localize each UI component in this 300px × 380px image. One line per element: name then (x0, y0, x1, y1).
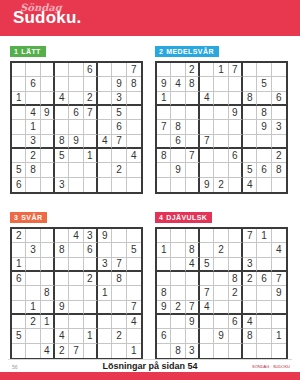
cell-r2c3[interactable]: 8 (186, 77, 200, 91)
cell-r4c4[interactable] (200, 106, 214, 120)
cell-r7c3[interactable]: 7 (186, 149, 200, 163)
cell-r6c3[interactable] (41, 135, 55, 149)
cell-r4c1[interactable] (157, 106, 171, 120)
cell-r1c3[interactable] (186, 229, 200, 243)
cell-r4c2[interactable] (26, 272, 40, 286)
cell-r5c3[interactable]: 8 (41, 286, 55, 300)
cell-r2c4[interactable] (200, 243, 214, 257)
cell-r8c6[interactable] (84, 163, 98, 177)
cell-r3c5[interactable] (214, 258, 228, 272)
cell-r2c6[interactable]: 6 (84, 243, 98, 257)
cell-r6c9[interactable]: 7 (127, 301, 141, 315)
cell-r6c7[interactable] (243, 135, 257, 149)
cell-r4c3[interactable] (186, 272, 200, 286)
cell-r6c8[interactable] (257, 301, 271, 315)
cell-r9c3[interactable]: 4 (41, 344, 55, 358)
cell-r8c6[interactable] (229, 329, 243, 343)
cell-r1c6[interactable] (229, 229, 243, 243)
cell-r5c6[interactable]: 2 (229, 286, 243, 300)
cell-r1c7[interactable]: 9 (98, 229, 112, 243)
cell-r4c3[interactable] (41, 272, 55, 286)
cell-r6c5[interactable] (214, 135, 228, 149)
cell-r7c7[interactable]: 4 (243, 315, 257, 329)
cell-r6c6[interactable] (84, 301, 98, 315)
cell-r2c4[interactable] (55, 77, 69, 91)
cell-r5c2[interactable] (171, 286, 185, 300)
cell-r2c6[interactable] (229, 243, 243, 257)
cell-r6c1[interactable] (12, 301, 26, 315)
cell-r7c9[interactable]: 4 (127, 315, 141, 329)
cell-r2c5[interactable]: 2 (214, 243, 228, 257)
cell-r5c4[interactable] (55, 286, 69, 300)
cell-r8c2[interactable] (26, 329, 40, 343)
cell-r4c7[interactable]: 2 (243, 272, 257, 286)
cell-r5c7[interactable]: 1 (98, 286, 112, 300)
cell-r7c4[interactable]: 5 (55, 149, 69, 163)
cell-r2c2[interactable]: 3 (26, 243, 40, 257)
cell-r2c1[interactable] (12, 77, 26, 91)
cell-r6c8[interactable] (257, 135, 271, 149)
cell-r6c3[interactable] (41, 301, 55, 315)
cell-r9c6[interactable] (84, 178, 98, 192)
cell-r9c5[interactable]: 7 (69, 344, 83, 358)
cell-r1c1[interactable] (157, 229, 171, 243)
cell-r1c2[interactable] (171, 63, 185, 77)
cell-r3c9[interactable] (272, 258, 286, 272)
cell-r3c5[interactable] (214, 92, 228, 106)
cell-r5c3[interactable] (41, 120, 55, 134)
cell-r8c9[interactable]: 1 (272, 329, 286, 343)
cell-r9c5[interactable]: 2 (214, 178, 228, 192)
cell-r8c1[interactable]: 5 (12, 163, 26, 177)
cell-r2c3[interactable] (41, 243, 55, 257)
cell-r1c3[interactable] (41, 229, 55, 243)
cell-r2c9[interactable]: 5 (127, 243, 141, 257)
cell-r9c4[interactable] (200, 344, 214, 358)
cell-r3c2[interactable] (26, 258, 40, 272)
cell-r7c4[interactable] (200, 315, 214, 329)
cell-r8c4[interactable] (200, 163, 214, 177)
cell-r4c5[interactable]: 6 (69, 106, 83, 120)
cell-r6c2[interactable]: 6 (171, 135, 185, 149)
cell-r9c2[interactable] (171, 178, 185, 192)
cell-r9c5[interactable] (69, 178, 83, 192)
cell-r3c4[interactable] (55, 258, 69, 272)
cell-r5c8[interactable]: 9 (257, 120, 271, 134)
cell-r3c8[interactable] (257, 92, 271, 106)
cell-r5c7[interactable] (243, 286, 257, 300)
cell-r8c3[interactable] (41, 329, 55, 343)
cell-r5c5[interactable] (214, 120, 228, 134)
cell-r2c7[interactable] (243, 77, 257, 91)
cell-r8c8[interactable]: 2 (112, 163, 126, 177)
cell-r7c9[interactable] (272, 315, 286, 329)
cell-r1c4[interactable] (55, 229, 69, 243)
cell-r3c6[interactable]: 2 (84, 92, 98, 106)
cell-r3c1[interactable] (157, 258, 171, 272)
cell-r6c1[interactable] (157, 135, 171, 149)
cell-r9c7[interactable]: 4 (243, 178, 257, 192)
cell-r1c7[interactable] (243, 63, 257, 77)
cell-r6c8[interactable] (112, 301, 126, 315)
cell-r2c1[interactable]: 9 (157, 77, 171, 91)
cell-r3c6[interactable] (229, 92, 243, 106)
cell-r4c1[interactable] (12, 106, 26, 120)
cell-r2c7[interactable] (98, 77, 112, 91)
cell-r2c5[interactable] (214, 77, 228, 91)
cell-r1c5[interactable]: 1 (214, 63, 228, 77)
cell-r9c3[interactable] (186, 178, 200, 192)
cell-r4c8[interactable]: 8 (112, 272, 126, 286)
cell-r2c6[interactable] (84, 77, 98, 91)
cell-r3c4[interactable]: 4 (55, 92, 69, 106)
cell-r8c6[interactable]: 1 (84, 329, 98, 343)
cell-r6c6[interactable] (229, 135, 243, 149)
cell-r3c3[interactable] (186, 92, 200, 106)
cell-r3c7[interactable]: 3 (243, 258, 257, 272)
cell-r4c9[interactable] (272, 106, 286, 120)
cell-r4c5[interactable] (214, 106, 228, 120)
cell-r7c5[interactable] (69, 315, 83, 329)
cell-r6c5[interactable]: 9 (69, 135, 83, 149)
cell-r9c8[interactable] (257, 178, 271, 192)
cell-r3c3[interactable] (41, 258, 55, 272)
cell-r6c7[interactable] (243, 301, 257, 315)
cell-r1c8[interactable] (112, 229, 126, 243)
cell-r2c2[interactable] (171, 243, 185, 257)
cell-r4c1[interactable] (157, 272, 171, 286)
cell-r1c4[interactable] (55, 63, 69, 77)
cell-r2c6[interactable] (229, 77, 243, 91)
cell-r4c4[interactable] (55, 272, 69, 286)
cell-r9c8[interactable] (112, 344, 126, 358)
cell-r8c3[interactable] (41, 163, 55, 177)
cell-r2c3[interactable]: 8 (186, 243, 200, 257)
cell-r8c8[interactable]: 6 (257, 163, 271, 177)
cell-r7c8[interactable] (112, 149, 126, 163)
cell-r2c9[interactable] (272, 77, 286, 91)
cell-r5c4[interactable] (200, 120, 214, 134)
cell-r8c7[interactable] (98, 163, 112, 177)
cell-r4c8[interactable]: 8 (257, 106, 271, 120)
cell-r3c6[interactable] (84, 258, 98, 272)
cell-r8c6[interactable] (229, 163, 243, 177)
cell-r1c1[interactable] (12, 63, 26, 77)
cell-r7c8[interactable] (112, 315, 126, 329)
cell-r1c9[interactable] (272, 229, 286, 243)
cell-r7c6[interactable] (84, 315, 98, 329)
cell-r9c4[interactable]: 2 (55, 344, 69, 358)
cell-r1c4[interactable] (200, 63, 214, 77)
cell-r5c7[interactable] (98, 120, 112, 134)
cell-r8c3[interactable] (186, 329, 200, 343)
cell-r9c1[interactable]: 6 (12, 178, 26, 192)
cell-r8c8[interactable] (257, 329, 271, 343)
cell-r5c1[interactable] (12, 120, 26, 134)
cell-r1c1[interactable] (157, 63, 171, 77)
cell-r5c1[interactable]: 7 (157, 120, 171, 134)
cell-r8c3[interactable] (186, 163, 200, 177)
cell-r5c5[interactable] (69, 120, 83, 134)
cell-r6c4[interactable]: 7 (200, 135, 214, 149)
cell-r5c8[interactable]: 6 (112, 120, 126, 134)
cell-r6c2[interactable]: 2 (171, 301, 185, 315)
cell-r8c2[interactable] (171, 329, 185, 343)
cell-r1c6[interactable]: 6 (84, 63, 98, 77)
cell-r9c6[interactable] (84, 344, 98, 358)
cell-r2c8[interactable] (257, 243, 271, 257)
cell-r3c2[interactable] (26, 92, 40, 106)
cell-r4c7[interactable] (98, 272, 112, 286)
cell-r9c1[interactable] (157, 344, 171, 358)
cell-r8c1[interactable]: 5 (12, 329, 26, 343)
cell-r4c9[interactable] (127, 106, 141, 120)
cell-r5c4[interactable] (55, 120, 69, 134)
cell-r8c5[interactable] (69, 163, 83, 177)
cell-r9c2[interactable] (26, 344, 40, 358)
cell-r4c7[interactable] (243, 106, 257, 120)
cell-r8c4[interactable]: 4 (55, 329, 69, 343)
cell-r9c7[interactable] (243, 344, 257, 358)
cell-r8c9[interactable] (127, 329, 141, 343)
cell-r6c9[interactable] (272, 135, 286, 149)
cell-r6c7[interactable]: 4 (98, 135, 112, 149)
cell-r4c2[interactable]: 4 (26, 106, 40, 120)
cell-r7c3[interactable]: 9 (186, 315, 200, 329)
cell-r6c8[interactable]: 7 (112, 135, 126, 149)
cell-r9c1[interactable] (12, 344, 26, 358)
cell-r3c8[interactable] (257, 258, 271, 272)
cell-r5c9[interactable]: 3 (272, 120, 286, 134)
cell-r9c4[interactable]: 3 (55, 178, 69, 192)
cell-r7c2[interactable] (171, 315, 185, 329)
cell-r5c5[interactable] (214, 286, 228, 300)
cell-r9c6[interactable] (229, 178, 243, 192)
cell-r8c7[interactable] (98, 329, 112, 343)
cell-r6c2[interactable]: 3 (26, 135, 40, 149)
cell-r4c6[interactable]: 8 (229, 272, 243, 286)
cell-r9c7[interactable] (98, 178, 112, 192)
cell-r3c4[interactable]: 5 (200, 258, 214, 272)
cell-r1c2[interactable] (26, 229, 40, 243)
cell-r3c5[interactable] (69, 92, 83, 106)
cell-r3c3[interactable] (41, 92, 55, 106)
cell-r7c4[interactable] (55, 315, 69, 329)
cell-r7c8[interactable] (257, 149, 271, 163)
cell-r7c7[interactable] (98, 315, 112, 329)
cell-r4c4[interactable] (200, 272, 214, 286)
cell-r1c5[interactable]: 4 (69, 229, 83, 243)
cell-r1c2[interactable] (26, 63, 40, 77)
cell-r5c9[interactable] (127, 286, 141, 300)
cell-r2c8[interactable]: 9 (112, 77, 126, 91)
cell-r1c9[interactable]: 7 (127, 63, 141, 77)
cell-r2c4[interactable]: 8 (55, 243, 69, 257)
cell-r7c7[interactable] (98, 149, 112, 163)
cell-r4c6[interactable]: 9 (229, 106, 243, 120)
cell-r9c2[interactable]: 8 (171, 344, 185, 358)
cell-r3c9[interactable] (127, 258, 141, 272)
cell-r2c4[interactable] (200, 77, 214, 91)
cell-r3c7[interactable]: 8 (243, 92, 257, 106)
cell-r2c5[interactable] (69, 77, 83, 91)
cell-r2c9[interactable]: 4 (272, 243, 286, 257)
cell-r2c1[interactable] (12, 243, 26, 257)
cell-r4c6[interactable]: 7 (84, 106, 98, 120)
cell-r5c1[interactable] (12, 286, 26, 300)
cell-r9c1[interactable] (157, 178, 171, 192)
cell-r6c9[interactable] (272, 301, 286, 315)
cell-r5c2[interactable] (26, 286, 40, 300)
cell-r7c6[interactable]: 1 (84, 149, 98, 163)
cell-r4c9[interactable] (127, 272, 141, 286)
cell-r9c5[interactable] (214, 344, 228, 358)
cell-r5c8[interactable] (257, 286, 271, 300)
cell-r3c2[interactable] (171, 92, 185, 106)
cell-r7c7[interactable] (243, 149, 257, 163)
cell-r8c4[interactable] (55, 163, 69, 177)
cell-r5c1[interactable]: 8 (157, 286, 171, 300)
cell-r9c9[interactable] (272, 344, 286, 358)
cell-r7c9[interactable]: 2 (272, 149, 286, 163)
cell-r1c1[interactable]: 2 (12, 229, 26, 243)
cell-r3c4[interactable]: 4 (200, 92, 214, 106)
cell-r1c9[interactable] (127, 229, 141, 243)
cell-r9c3[interactable] (41, 178, 55, 192)
cell-r4c8[interactable]: 5 (112, 106, 126, 120)
cell-r4c4[interactable] (55, 106, 69, 120)
cell-r4c2[interactable] (171, 106, 185, 120)
cell-r8c7[interactable]: 5 (243, 163, 257, 177)
cell-r3c9[interactable]: 6 (272, 92, 286, 106)
cell-r6c6[interactable] (84, 135, 98, 149)
cell-r8c7[interactable]: 8 (243, 329, 257, 343)
cell-r5c2[interactable]: 8 (171, 120, 185, 134)
cell-r1c3[interactable]: 2 (186, 63, 200, 77)
cell-r5c3[interactable] (186, 286, 200, 300)
cell-r4c8[interactable]: 6 (257, 272, 271, 286)
cell-r7c5[interactable] (69, 149, 83, 163)
cell-r7c1[interactable] (157, 315, 171, 329)
cell-r8c8[interactable]: 2 (112, 329, 126, 343)
cell-r1c7[interactable]: 7 (243, 229, 257, 243)
cell-r5c9[interactable] (127, 120, 141, 134)
cell-r3c8[interactable]: 3 (112, 92, 126, 106)
cell-r5c9[interactable]: 9 (272, 286, 286, 300)
cell-r4c9[interactable]: 7 (272, 272, 286, 286)
cell-r2c9[interactable]: 8 (127, 77, 141, 91)
cell-r4c2[interactable] (171, 272, 185, 286)
cell-r8c9[interactable]: 8 (272, 163, 286, 177)
cell-r4c3[interactable] (186, 106, 200, 120)
cell-r7c3[interactable]: 1 (41, 315, 55, 329)
cell-r7c2[interactable] (171, 149, 185, 163)
cell-r7c5[interactable] (214, 315, 228, 329)
cell-r9c9[interactable] (127, 178, 141, 192)
cell-r7c1[interactable] (12, 315, 26, 329)
cell-r7c6[interactable]: 6 (229, 149, 243, 163)
cell-r1c6[interactable]: 7 (229, 63, 243, 77)
cell-r6c1[interactable]: 9 (157, 301, 171, 315)
cell-r5c3[interactable] (186, 120, 200, 134)
cell-r7c5[interactable] (214, 149, 228, 163)
cell-r1c7[interactable] (98, 63, 112, 77)
cell-r4c6[interactable]: 2 (84, 272, 98, 286)
cell-r6c3[interactable]: 7 (186, 301, 200, 315)
cell-r8c1[interactable] (157, 163, 171, 177)
cell-r9c2[interactable] (26, 178, 40, 192)
cell-r6c3[interactable] (186, 135, 200, 149)
cell-r6c1[interactable] (12, 135, 26, 149)
cell-r7c2[interactable]: 2 (26, 315, 40, 329)
cell-r2c2[interactable]: 4 (171, 77, 185, 91)
cell-r2c8[interactable]: 5 (257, 77, 271, 91)
cell-r1c5[interactable] (69, 63, 83, 77)
cell-r6c5[interactable] (214, 301, 228, 315)
cell-r1c5[interactable] (214, 229, 228, 243)
cell-r8c2[interactable]: 9 (171, 163, 185, 177)
cell-r8c2[interactable]: 8 (26, 163, 40, 177)
cell-r8c4[interactable] (200, 329, 214, 343)
cell-r7c1[interactable] (12, 149, 26, 163)
cell-r6c5[interactable] (69, 301, 83, 315)
cell-r7c4[interactable] (200, 149, 214, 163)
cell-r3c7[interactable] (98, 92, 112, 106)
cell-r8c1[interactable]: 6 (157, 329, 171, 343)
cell-r2c3[interactable] (41, 77, 55, 91)
cell-r7c9[interactable]: 4 (127, 149, 141, 163)
cell-r9c6[interactable] (229, 344, 243, 358)
cell-r3c6[interactable] (229, 258, 243, 272)
cell-r3c8[interactable]: 7 (112, 258, 126, 272)
cell-r1c8[interactable] (257, 63, 271, 77)
cell-r7c8[interactable] (257, 315, 271, 329)
cell-r1c8[interactable]: 1 (257, 229, 271, 243)
cell-r6c7[interactable] (98, 301, 112, 315)
cell-r2c1[interactable]: 1 (157, 243, 171, 257)
cell-r1c3[interactable] (41, 63, 55, 77)
cell-r5c7[interactable] (243, 120, 257, 134)
cell-r7c1[interactable]: 8 (157, 149, 171, 163)
cell-r2c2[interactable]: 6 (26, 77, 40, 91)
cell-r2c5[interactable] (69, 243, 83, 257)
cell-r4c3[interactable]: 9 (41, 106, 55, 120)
cell-r1c8[interactable] (112, 63, 126, 77)
cell-r5c8[interactable] (112, 286, 126, 300)
cell-r6c6[interactable] (229, 301, 243, 315)
cell-r7c2[interactable]: 2 (26, 149, 40, 163)
cell-r6c4[interactable]: 9 (55, 301, 69, 315)
cell-r3c2[interactable] (171, 258, 185, 272)
cell-r1c6[interactable]: 3 (84, 229, 98, 243)
cell-r6c9[interactable] (127, 135, 141, 149)
cell-r8c9[interactable] (127, 163, 141, 177)
cell-r5c6[interactable] (229, 120, 243, 134)
cell-r5c6[interactable] (84, 286, 98, 300)
cell-r2c8[interactable] (112, 243, 126, 257)
cell-r3c1[interactable]: 1 (12, 258, 26, 272)
cell-r3c1[interactable]: 1 (157, 92, 171, 106)
cell-r4c5[interactable] (214, 272, 228, 286)
cell-r5c2[interactable]: 1 (26, 120, 40, 134)
cell-r5c6[interactable] (84, 120, 98, 134)
cell-r3c7[interactable]: 3 (98, 258, 112, 272)
cell-r4c1[interactable]: 6 (12, 272, 26, 286)
cell-r9c8[interactable] (257, 344, 271, 358)
cell-r4c5[interactable] (69, 272, 83, 286)
cell-r6c4[interactable]: 4 (200, 301, 214, 315)
cell-r9c7[interactable] (98, 344, 112, 358)
